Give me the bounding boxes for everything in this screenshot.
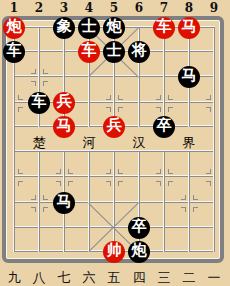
piece-glyph: 兵 [53, 92, 75, 114]
point-marker [106, 181, 111, 186]
file-label-bottom-7: 三 [156, 269, 172, 286]
point-marker [18, 181, 23, 186]
point-marker [118, 107, 123, 112]
piece-glyph: 象 [53, 17, 75, 39]
piece-glyph: 卒 [128, 217, 150, 239]
point-marker [68, 169, 73, 174]
piece-glyph: 帅 [103, 241, 125, 263]
piece-glyph: 卒 [153, 116, 175, 138]
file-line-7-bottom [164, 152, 165, 252]
file-label-top-1: 1 [6, 1, 22, 15]
file-label-top-8: 8 [181, 1, 197, 15]
piece-glyph: 炮 [3, 17, 25, 39]
piece-glyph: 车 [78, 41, 100, 63]
point-marker [206, 95, 211, 100]
point-marker [168, 181, 173, 186]
point-marker [68, 181, 73, 186]
piece-black-chariot[interactable]: 车 [28, 92, 50, 114]
piece-black-chariot[interactable]: 车 [3, 41, 25, 63]
piece-red-chariot[interactable]: 车 [78, 41, 100, 63]
point-marker [206, 169, 211, 174]
piece-glyph: 马 [178, 66, 200, 88]
piece-glyph: 马 [53, 116, 75, 138]
file-label-bottom-5: 五 [106, 269, 122, 286]
piece-glyph: 兵 [103, 116, 125, 138]
piece-black-advisor[interactable]: 士 [78, 17, 100, 39]
point-marker [156, 107, 161, 112]
point-marker [206, 181, 211, 186]
point-marker [18, 95, 23, 100]
point-marker [193, 195, 198, 200]
file-label-bottom-1: 九 [6, 269, 22, 286]
point-marker [56, 169, 61, 174]
file-label-top-9: 9 [206, 1, 222, 15]
point-marker [31, 207, 36, 212]
point-marker [193, 207, 198, 212]
point-marker [18, 169, 23, 174]
piece-glyph: 马 [178, 17, 200, 39]
file-label-top-6: 6 [131, 1, 147, 15]
file-label-top-4: 4 [81, 1, 97, 15]
piece-black-cannon[interactable]: 炮 [103, 17, 125, 39]
piece-red-soldier[interactable]: 兵 [103, 116, 125, 138]
point-marker [118, 181, 123, 186]
point-marker [156, 181, 161, 186]
file-line-5-bottom [114, 152, 115, 252]
piece-black-soldier[interactable]: 卒 [128, 217, 150, 239]
xiangqi-app: 123456789 楚河汉界 炮象士炮车马车车士将马车兵马兵卒马卒帅炮 九八七六… [0, 0, 230, 286]
piece-black-cannon[interactable]: 炮 [128, 241, 150, 263]
piece-glyph: 车 [153, 17, 175, 39]
piece-black-advisor[interactable]: 士 [103, 41, 125, 63]
point-marker [43, 207, 48, 212]
file-label-bottom-3: 七 [56, 269, 72, 286]
point-marker [106, 169, 111, 174]
piece-black-elephant[interactable]: 象 [53, 17, 75, 39]
point-marker [56, 181, 61, 186]
river-char-2: 河 [81, 134, 97, 152]
file-label-top-5: 5 [106, 1, 122, 15]
piece-black-soldier[interactable]: 卒 [153, 116, 175, 138]
file-label-bottom-8: 二 [181, 269, 197, 286]
point-marker [168, 95, 173, 100]
river-char-3: 汉 [131, 134, 147, 152]
piece-glyph: 士 [103, 41, 125, 63]
piece-red-horse[interactable]: 马 [178, 17, 200, 39]
piece-glyph: 车 [28, 92, 50, 114]
piece-red-horse[interactable]: 马 [53, 116, 75, 138]
point-marker [181, 195, 186, 200]
piece-red-chariot[interactable]: 车 [153, 17, 175, 39]
piece-glyph: 炮 [128, 241, 150, 263]
river-char-4: 界 [181, 134, 197, 152]
piece-glyph: 车 [3, 41, 25, 63]
piece-black-general[interactable]: 将 [128, 41, 150, 63]
piece-glyph: 将 [128, 41, 150, 63]
file-label-top-2: 2 [31, 1, 47, 15]
file-label-bottom-6: 四 [131, 269, 147, 286]
file-line-4-bottom [89, 152, 90, 252]
point-marker [43, 69, 48, 74]
file-label-bottom-2: 八 [31, 269, 47, 286]
file-line-9 [214, 28, 215, 252]
point-marker [43, 195, 48, 200]
point-marker [156, 169, 161, 174]
piece-red-soldier[interactable]: 兵 [53, 92, 75, 114]
point-marker [31, 69, 36, 74]
point-marker [168, 169, 173, 174]
point-marker [206, 107, 211, 112]
piece-red-general[interactable]: 帅 [103, 241, 125, 263]
piece-black-horse[interactable]: 马 [53, 192, 75, 214]
point-marker [106, 107, 111, 112]
file-line-8-bottom [189, 152, 190, 252]
file-label-bottom-9: 一 [206, 269, 222, 286]
point-marker [118, 169, 123, 174]
file-label-top-7: 7 [156, 1, 172, 15]
file-line-2-bottom [39, 152, 40, 252]
piece-glyph: 马 [53, 192, 75, 214]
point-marker [43, 81, 48, 86]
point-marker [31, 81, 36, 86]
point-marker [106, 95, 111, 100]
piece-red-cannon[interactable]: 炮 [3, 17, 25, 39]
piece-glyph: 炮 [103, 17, 125, 39]
point-marker [31, 195, 36, 200]
file-line-7-top [164, 28, 165, 127]
piece-black-horse[interactable]: 马 [178, 66, 200, 88]
point-marker [18, 107, 23, 112]
point-marker [181, 207, 186, 212]
piece-glyph: 士 [78, 17, 100, 39]
file-label-top-3: 3 [56, 1, 72, 15]
river-char-1: 楚 [31, 134, 47, 152]
point-marker [156, 95, 161, 100]
file-label-bottom-4: 六 [81, 269, 97, 286]
point-marker [168, 107, 173, 112]
point-marker [118, 95, 123, 100]
